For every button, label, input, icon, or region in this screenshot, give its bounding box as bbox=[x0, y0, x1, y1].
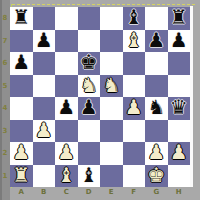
rank-label-3: 3 bbox=[0, 120, 10, 143]
square-b6[interactable] bbox=[33, 52, 56, 75]
file-label-c: C bbox=[55, 187, 78, 197]
square-c8[interactable] bbox=[55, 7, 78, 30]
square-f1[interactable] bbox=[123, 165, 146, 188]
black-bishop-icon: ♝ bbox=[125, 7, 143, 27]
file-label-e: E bbox=[100, 187, 123, 197]
square-h3[interactable] bbox=[168, 120, 191, 143]
square-e7[interactable] bbox=[100, 30, 123, 53]
black-queen-icon: ♛ bbox=[170, 97, 188, 117]
square-g3[interactable] bbox=[145, 120, 168, 143]
square-a3[interactable] bbox=[10, 120, 33, 143]
square-e4[interactable] bbox=[100, 97, 123, 120]
square-b5[interactable] bbox=[33, 75, 56, 98]
square-g2[interactable]: ♟ bbox=[145, 142, 168, 165]
file-label-g: G bbox=[145, 187, 168, 197]
white-pawn-icon: ♟ bbox=[35, 120, 53, 140]
black-knight-icon: ♞ bbox=[147, 97, 165, 117]
white-pawn-icon: ♟ bbox=[57, 142, 75, 162]
square-a7[interactable] bbox=[10, 30, 33, 53]
white-bishop-icon: ♝ bbox=[125, 30, 143, 50]
square-d5[interactable]: ♞ bbox=[78, 75, 101, 98]
black-pawn-icon: ♟ bbox=[80, 97, 98, 117]
square-f4[interactable]: ♟ bbox=[123, 97, 146, 120]
white-knight-icon: ♞ bbox=[102, 75, 120, 95]
white-pawn-icon: ♟ bbox=[12, 142, 30, 162]
black-pawn-icon: ♟ bbox=[147, 30, 165, 50]
square-f2[interactable] bbox=[123, 142, 146, 165]
square-g4[interactable]: ♞ bbox=[145, 97, 168, 120]
square-h5[interactable] bbox=[168, 75, 191, 98]
square-f5[interactable] bbox=[123, 75, 146, 98]
square-f3[interactable] bbox=[123, 120, 146, 143]
chess-app-window: ♜♝♜♟♝♟♟♟♚♞♞♟♟♟♞♛♟♟♟♟♟♜♝♝♚ 87654321 ABCDE… bbox=[0, 0, 200, 200]
square-h7[interactable]: ♟ bbox=[168, 30, 191, 53]
square-d2[interactable] bbox=[78, 142, 101, 165]
square-d6[interactable]: ♚ bbox=[78, 52, 101, 75]
square-c3[interactable] bbox=[55, 120, 78, 143]
square-g6[interactable] bbox=[145, 52, 168, 75]
square-a4[interactable] bbox=[10, 97, 33, 120]
black-rook-icon: ♜ bbox=[12, 7, 30, 27]
file-label-f: F bbox=[123, 187, 146, 197]
rank-label-1: 1 bbox=[0, 165, 10, 188]
square-h6[interactable] bbox=[168, 52, 191, 75]
rank-label-8: 8 bbox=[0, 7, 10, 30]
square-c4[interactable]: ♟ bbox=[55, 97, 78, 120]
file-label-b: B bbox=[33, 187, 56, 197]
square-e1[interactable] bbox=[100, 165, 123, 188]
white-bishop-icon: ♝ bbox=[57, 165, 75, 185]
file-label-a: A bbox=[10, 187, 33, 197]
file-label-h: H bbox=[168, 187, 191, 197]
square-f6[interactable] bbox=[123, 52, 146, 75]
square-b7[interactable]: ♟ bbox=[33, 30, 56, 53]
square-d1[interactable]: ♝ bbox=[78, 165, 101, 188]
square-g5[interactable] bbox=[145, 75, 168, 98]
square-b2[interactable] bbox=[33, 142, 56, 165]
square-a2[interactable]: ♟ bbox=[10, 142, 33, 165]
rank-label-7: 7 bbox=[0, 30, 10, 53]
square-e6[interactable] bbox=[100, 52, 123, 75]
square-g8[interactable] bbox=[145, 7, 168, 30]
rank-label-6: 6 bbox=[0, 52, 10, 75]
square-f8[interactable]: ♝ bbox=[123, 7, 146, 30]
black-pawn-icon: ♟ bbox=[57, 97, 75, 117]
square-b3[interactable]: ♟ bbox=[33, 120, 56, 143]
square-d4[interactable]: ♟ bbox=[78, 97, 101, 120]
black-rook-icon: ♜ bbox=[170, 7, 188, 27]
white-pawn-icon: ♟ bbox=[147, 142, 165, 162]
square-d3[interactable] bbox=[78, 120, 101, 143]
file-label-d: D bbox=[78, 187, 101, 197]
rank-label-5: 5 bbox=[0, 75, 10, 98]
white-king-icon: ♚ bbox=[147, 165, 165, 185]
square-g1[interactable]: ♚ bbox=[145, 165, 168, 188]
square-c2[interactable]: ♟ bbox=[55, 142, 78, 165]
square-h4[interactable]: ♛ bbox=[168, 97, 191, 120]
focus-border-top bbox=[12, 4, 195, 5]
square-h2[interactable]: ♟ bbox=[168, 142, 191, 165]
square-f7[interactable]: ♝ bbox=[123, 30, 146, 53]
square-h8[interactable]: ♜ bbox=[168, 7, 191, 30]
square-e3[interactable] bbox=[100, 120, 123, 143]
square-a8[interactable]: ♜ bbox=[10, 7, 33, 30]
rank-label-2: 2 bbox=[0, 142, 10, 165]
white-knight-icon: ♞ bbox=[80, 75, 98, 95]
square-a1[interactable]: ♜ bbox=[10, 165, 33, 188]
chess-board: ♜♝♜♟♝♟♟♟♚♞♞♟♟♟♞♛♟♟♟♟♟♜♝♝♚ bbox=[10, 7, 190, 187]
square-c5[interactable] bbox=[55, 75, 78, 98]
square-e5[interactable]: ♞ bbox=[100, 75, 123, 98]
black-pawn-icon: ♟ bbox=[170, 30, 188, 50]
board-right-edge bbox=[190, 6, 193, 187]
square-a5[interactable] bbox=[10, 75, 33, 98]
black-pawn-icon: ♟ bbox=[35, 30, 53, 50]
square-d8[interactable] bbox=[78, 7, 101, 30]
black-pawn-icon: ♟ bbox=[12, 52, 30, 72]
black-king-icon: ♚ bbox=[80, 52, 98, 72]
square-e2[interactable] bbox=[100, 142, 123, 165]
square-g7[interactable]: ♟ bbox=[145, 30, 168, 53]
square-c1[interactable]: ♝ bbox=[55, 165, 78, 188]
rank-label-4: 4 bbox=[0, 97, 10, 120]
black-bishop-icon: ♝ bbox=[80, 165, 98, 185]
square-e8[interactable] bbox=[100, 7, 123, 30]
square-b4[interactable] bbox=[33, 97, 56, 120]
square-c7[interactable] bbox=[55, 30, 78, 53]
square-a6[interactable]: ♟ bbox=[10, 52, 33, 75]
square-c6[interactable] bbox=[55, 52, 78, 75]
square-h1[interactable] bbox=[168, 165, 191, 188]
white-pawn-icon: ♟ bbox=[125, 97, 143, 117]
white-pawn-icon: ♟ bbox=[170, 142, 188, 162]
square-b8[interactable] bbox=[33, 7, 56, 30]
square-b1[interactable] bbox=[33, 165, 56, 188]
white-rook-icon: ♜ bbox=[12, 165, 30, 185]
square-d7[interactable] bbox=[78, 30, 101, 53]
